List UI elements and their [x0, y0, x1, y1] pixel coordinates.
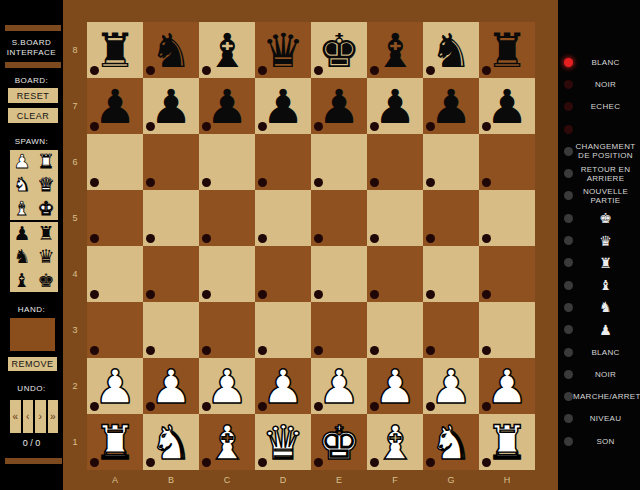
accent-bar — [5, 25, 61, 31]
sensor-dot — [202, 290, 211, 299]
square-d4[interactable] — [255, 246, 311, 302]
square-h4[interactable] — [479, 246, 535, 302]
nouvelle-partie-button-label: NOUVELLE PARTIE — [573, 187, 640, 205]
piece-white-pawn: ♟ — [199, 358, 255, 414]
spawn-black-knight[interactable]: ♞ — [10, 245, 34, 268]
square-e7[interactable]: ♟ — [311, 78, 367, 134]
led-indicator — [564, 125, 573, 134]
square-e6[interactable] — [311, 134, 367, 190]
square-a3[interactable] — [87, 302, 143, 358]
square-b5[interactable] — [143, 190, 199, 246]
piece-black-rook: ♜ — [479, 22, 535, 78]
file-label-a: A — [87, 470, 143, 490]
retour-en-arriere-button-label: RETOUR EN ARRIERE — [573, 165, 640, 183]
spawn-white-rook[interactable]: ♜ — [34, 150, 58, 173]
rank-label-4: 4 — [63, 246, 87, 302]
square-g6[interactable] — [423, 134, 479, 190]
sensor-dot — [90, 234, 99, 243]
rank-label-8: 8 — [63, 22, 87, 78]
piece-white-queen: ♛ — [255, 414, 311, 470]
niveau-button[interactable]: NIVEAU — [558, 408, 640, 430]
file-label-c: C — [199, 470, 255, 490]
square-e1[interactable]: ♚ — [311, 414, 367, 470]
sensor-dot — [258, 346, 267, 355]
square-e2[interactable]: ♟ — [311, 358, 367, 414]
reset-button[interactable]: RESET — [8, 88, 58, 103]
led-indicator — [564, 258, 573, 267]
square-h7[interactable]: ♟ — [479, 78, 535, 134]
white-rook-icon: ♜ — [573, 256, 640, 270]
remove-button[interactable]: REMOVE — [8, 357, 57, 371]
black-knight-icon: ♞ — [13, 247, 30, 266]
sensor-dot — [146, 234, 155, 243]
white-rook-icon: ♜ — [37, 152, 54, 171]
led-indicator — [564, 169, 573, 178]
sensor-dot — [146, 346, 155, 355]
piece-black-pawn: ♟ — [87, 78, 143, 134]
board-section-label: BOARD: — [0, 76, 63, 85]
square-d1[interactable]: ♛ — [255, 414, 311, 470]
square-f8[interactable]: ♝ — [367, 22, 423, 78]
noir-indicator-label: NOIR — [573, 80, 640, 89]
square-c8[interactable]: ♝ — [199, 22, 255, 78]
sensor-dot — [258, 290, 267, 299]
square-e4[interactable] — [311, 246, 367, 302]
piece-white-bishop: ♝ — [199, 414, 255, 470]
file-label-g: G — [423, 470, 479, 490]
cavalier-button[interactable]: ♞ — [558, 296, 640, 318]
white-knight-icon: ♞ — [13, 175, 30, 194]
board: ♜♞♝♛♚♝♞♜♟♟♟♟♟♟♟♟♟♟♟♟♟♟♟♟♜♞♝♛♚♝♞♜ — [87, 22, 535, 470]
piece-black-pawn: ♟ — [255, 78, 311, 134]
rank-label-5: 5 — [63, 190, 87, 246]
sensor-dot — [90, 346, 99, 355]
app-title-line2: INTERFACE — [0, 48, 63, 57]
piece-white-pawn: ♟ — [367, 358, 423, 414]
file-label-e: E — [311, 470, 367, 490]
sensor-dot — [202, 346, 211, 355]
led-indicator — [564, 281, 573, 290]
blanc-button[interactable]: BLANC — [558, 341, 640, 363]
sensor-dot — [314, 290, 323, 299]
piece-black-knight: ♞ — [423, 22, 479, 78]
piece-white-pawn: ♟ — [255, 358, 311, 414]
noir-indicator: NOIR — [558, 73, 640, 95]
square-a6[interactable] — [87, 134, 143, 190]
spawn-black-queen[interactable]: ♛ — [34, 245, 58, 268]
black-bishop-icon: ♝ — [13, 271, 30, 290]
sensor-dot — [426, 346, 435, 355]
sensor-dot — [482, 346, 491, 355]
square-e3[interactable] — [311, 302, 367, 358]
accent-bar — [5, 458, 62, 464]
changement-de-position-button-label: CHANGEMENT DE POSITION — [573, 142, 640, 160]
spawn-white-knight[interactable]: ♞ — [10, 173, 34, 196]
white-queen-icon: ♛ — [37, 175, 54, 194]
sensor-dot — [482, 290, 491, 299]
rank-label-6: 6 — [63, 134, 87, 190]
led-indicator — [564, 236, 573, 245]
square-f7[interactable]: ♟ — [367, 78, 423, 134]
square-a8[interactable]: ♜ — [87, 22, 143, 78]
square-c7[interactable]: ♟ — [199, 78, 255, 134]
square-g7[interactable]: ♟ — [423, 78, 479, 134]
file-label-f: F — [367, 470, 423, 490]
square-g3[interactable] — [423, 302, 479, 358]
square-e8[interactable]: ♚ — [311, 22, 367, 78]
roi-button[interactable]: ♚ — [558, 207, 640, 229]
spawn-black-rook[interactable]: ♜ — [34, 222, 58, 245]
white-queen-icon: ♛ — [573, 234, 640, 248]
sensor-dot — [202, 178, 211, 187]
square-h3[interactable] — [479, 302, 535, 358]
sensor-dot — [482, 178, 491, 187]
echec-indicator-label: ECHEC — [573, 102, 640, 111]
sensor-dot — [426, 178, 435, 187]
white-pawn-icon: ♟ — [13, 152, 30, 171]
file-labels: ABCDEFGH — [87, 470, 535, 490]
square-b7[interactable]: ♟ — [143, 78, 199, 134]
square-g1[interactable]: ♞ — [423, 414, 479, 470]
pion-button[interactable]: ♟ — [558, 319, 640, 341]
square-a4[interactable] — [87, 246, 143, 302]
spare-indicator — [558, 118, 640, 140]
piece-white-pawn: ♟ — [87, 358, 143, 414]
square-a5[interactable] — [87, 190, 143, 246]
noir-button-label: NOIR — [573, 370, 640, 379]
sensor-dot — [370, 178, 379, 187]
blanc-button-label: BLANC — [573, 348, 640, 357]
square-d3[interactable] — [255, 302, 311, 358]
sensor-dot — [202, 234, 211, 243]
square-g4[interactable] — [423, 246, 479, 302]
rank-label-7: 7 — [63, 78, 87, 134]
spawn-white-king[interactable]: ♚ — [34, 197, 58, 220]
piece-white-bishop: ♝ — [367, 414, 423, 470]
dame-button[interactable]: ♛ — [558, 229, 640, 251]
square-h6[interactable] — [479, 134, 535, 190]
spawn-white-pawn[interactable]: ♟ — [10, 150, 34, 173]
undo-controls: «‹›» — [10, 400, 58, 433]
piece-black-pawn: ♟ — [479, 78, 535, 134]
spawn-black-bishop[interactable]: ♝ — [10, 269, 34, 292]
rank-labels: 87654321 — [63, 22, 87, 470]
tour-button[interactable]: ♜ — [558, 252, 640, 274]
app-title-line1: S.BOARD — [0, 38, 63, 47]
chess-computer-panel: BLANCNOIRECHECCHANGEMENT DE POSITIONRETO… — [558, 0, 640, 490]
undo-section-label: UNDO: — [0, 384, 63, 393]
led-indicator — [564, 325, 573, 334]
square-b2[interactable]: ♟ — [143, 358, 199, 414]
piece-white-knight: ♞ — [143, 414, 199, 470]
led-indicator — [564, 348, 573, 357]
sensor-dot — [370, 290, 379, 299]
sensor-dot — [90, 290, 99, 299]
spawn-grid-white: ♟♜♞♛♝♚ — [10, 150, 58, 220]
led-indicator — [564, 214, 573, 223]
changement-de-position-button[interactable]: CHANGEMENT DE POSITION — [558, 140, 640, 162]
square-g8[interactable]: ♞ — [423, 22, 479, 78]
file-label-h: H — [479, 470, 535, 490]
square-d6[interactable] — [255, 134, 311, 190]
led-indicator — [564, 370, 573, 379]
blanc-indicator-label: BLANC — [573, 58, 640, 67]
black-king-icon: ♚ — [37, 271, 54, 290]
file-label-b: B — [143, 470, 199, 490]
square-e5[interactable] — [311, 190, 367, 246]
black-rook-icon: ♜ — [37, 224, 54, 243]
rank-label-1: 1 — [63, 414, 87, 470]
square-b4[interactable] — [143, 246, 199, 302]
piece-black-pawn: ♟ — [423, 78, 479, 134]
noir-button[interactable]: NOIR — [558, 363, 640, 385]
led-indicator — [564, 414, 573, 423]
square-f3[interactable] — [367, 302, 423, 358]
sensor-dot — [370, 346, 379, 355]
led-indicator — [564, 102, 573, 111]
square-c5[interactable] — [199, 190, 255, 246]
square-b6[interactable] — [143, 134, 199, 190]
square-d7[interactable]: ♟ — [255, 78, 311, 134]
sensor-dot — [370, 234, 379, 243]
square-b8[interactable]: ♞ — [143, 22, 199, 78]
square-f6[interactable] — [367, 134, 423, 190]
piece-white-rook: ♜ — [479, 414, 535, 470]
piece-white-pawn: ♟ — [143, 358, 199, 414]
white-bishop-icon: ♝ — [573, 278, 640, 292]
son-button[interactable]: SON — [558, 430, 640, 452]
sensor-dot — [314, 346, 323, 355]
black-queen-icon: ♛ — [37, 247, 54, 266]
retour-en-arriere-button[interactable]: RETOUR EN ARRIERE — [558, 162, 640, 184]
board-frame: 87654321 ♜♞♝♛♚♝♞♜♟♟♟♟♟♟♟♟♟♟♟♟♟♟♟♟♜♞♝♛♚♝♞… — [63, 0, 558, 490]
hand-section-label: HAND: — [0, 305, 63, 314]
spawn-black-pawn[interactable]: ♟ — [10, 222, 34, 245]
square-b3[interactable] — [143, 302, 199, 358]
square-f5[interactable] — [367, 190, 423, 246]
piece-white-pawn: ♟ — [479, 358, 535, 414]
sensor-dot — [146, 290, 155, 299]
piece-black-pawn: ♟ — [199, 78, 255, 134]
son-button-label: SON — [573, 437, 640, 446]
square-d2[interactable]: ♟ — [255, 358, 311, 414]
piece-white-pawn: ♟ — [311, 358, 367, 414]
led-indicator — [564, 303, 573, 312]
led-indicator — [564, 58, 573, 67]
piece-black-king: ♚ — [311, 22, 367, 78]
white-knight-icon: ♞ — [573, 300, 640, 314]
piece-black-queen: ♛ — [255, 22, 311, 78]
square-h5[interactable] — [479, 190, 535, 246]
square-h2[interactable]: ♟ — [479, 358, 535, 414]
square-c4[interactable] — [199, 246, 255, 302]
rank-label-2: 2 — [63, 358, 87, 414]
square-h8[interactable]: ♜ — [479, 22, 535, 78]
square-f1[interactable]: ♝ — [367, 414, 423, 470]
piece-white-knight: ♞ — [423, 414, 479, 470]
piece-black-bishop: ♝ — [367, 22, 423, 78]
undo-fast-backward-button[interactable]: « — [10, 400, 21, 433]
led-indicator — [564, 392, 573, 401]
undo-fast-forward-button[interactable]: » — [48, 400, 59, 433]
piece-black-knight: ♞ — [143, 22, 199, 78]
spawn-section-label: SPAWN: — [0, 137, 63, 146]
sensor-dot — [314, 178, 323, 187]
piece-black-bishop: ♝ — [199, 22, 255, 78]
sensor-dot — [426, 290, 435, 299]
fou-button[interactable]: ♝ — [558, 274, 640, 296]
white-pawn-icon: ♟ — [573, 323, 640, 337]
white-king-icon: ♚ — [37, 199, 54, 218]
spawn-white-queen[interactable]: ♛ — [34, 173, 58, 196]
nouvelle-partie-button[interactable]: NOUVELLE PARTIE — [558, 185, 640, 207]
square-g2[interactable]: ♟ — [423, 358, 479, 414]
spawn-grid-black: ♟♜♞♛♝♚ — [10, 222, 58, 292]
square-a1[interactable]: ♜ — [87, 414, 143, 470]
square-d8[interactable]: ♛ — [255, 22, 311, 78]
sensor-dot — [258, 178, 267, 187]
hand-slot[interactable] — [10, 318, 55, 351]
square-f2[interactable]: ♟ — [367, 358, 423, 414]
piece-white-pawn: ♟ — [423, 358, 479, 414]
sensor-dot — [482, 234, 491, 243]
rank-label-3: 3 — [63, 302, 87, 358]
piece-black-pawn: ♟ — [143, 78, 199, 134]
control-sidebar: S.BOARD INTERFACE BOARD: RESET CLEAR SPA… — [0, 0, 63, 490]
black-pawn-icon: ♟ — [13, 224, 30, 243]
square-a7[interactable]: ♟ — [87, 78, 143, 134]
led-indicator — [564, 147, 573, 156]
niveau-button-label: NIVEAU — [573, 414, 640, 423]
undo-step-backward-button[interactable]: ‹ — [23, 400, 34, 433]
square-f4[interactable] — [367, 246, 423, 302]
sensor-dot — [258, 234, 267, 243]
piece-black-pawn: ♟ — [311, 78, 367, 134]
square-c6[interactable] — [199, 134, 255, 190]
undo-counter: 0 / 0 — [0, 438, 63, 448]
sensor-dot — [426, 234, 435, 243]
square-c3[interactable] — [199, 302, 255, 358]
sensor-dot — [146, 178, 155, 187]
square-a2[interactable]: ♟ — [87, 358, 143, 414]
piece-black-rook: ♜ — [87, 22, 143, 78]
piece-black-pawn: ♟ — [367, 78, 423, 134]
undo-step-forward-button[interactable]: › — [35, 400, 46, 433]
spawn-black-king[interactable]: ♚ — [34, 269, 58, 292]
led-indicator — [564, 80, 573, 89]
sensor-dot — [90, 178, 99, 187]
led-indicator — [564, 437, 573, 446]
sensor-dot — [314, 234, 323, 243]
square-h1[interactable]: ♜ — [479, 414, 535, 470]
piece-white-rook: ♜ — [87, 414, 143, 470]
spawn-white-bishop[interactable]: ♝ — [10, 197, 34, 220]
square-b1[interactable]: ♞ — [143, 414, 199, 470]
square-c1[interactable]: ♝ — [199, 414, 255, 470]
marche-arret-button[interactable]: MARCHE/ARRET — [558, 385, 640, 407]
file-label-d: D — [255, 470, 311, 490]
led-indicator — [564, 191, 573, 200]
square-d5[interactable] — [255, 190, 311, 246]
marche-arret-button-label: MARCHE/ARRET — [573, 392, 640, 401]
white-king-icon: ♚ — [573, 211, 640, 225]
white-bishop-icon: ♝ — [13, 199, 30, 218]
accent-bar — [5, 62, 61, 68]
square-c2[interactable]: ♟ — [199, 358, 255, 414]
piece-white-king: ♚ — [311, 414, 367, 470]
clear-button[interactable]: CLEAR — [8, 108, 58, 123]
blanc-indicator: BLANC — [558, 51, 640, 73]
square-g5[interactable] — [423, 190, 479, 246]
echec-indicator: ECHEC — [558, 96, 640, 118]
